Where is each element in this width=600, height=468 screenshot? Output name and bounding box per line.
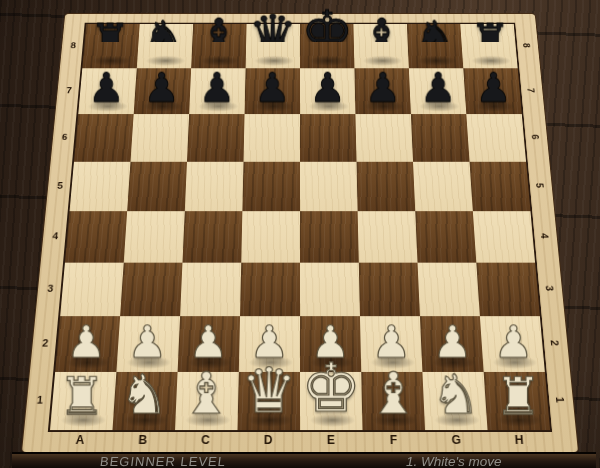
- square-d4[interactable]: [241, 211, 300, 262]
- square-h4[interactable]: [473, 211, 535, 262]
- black-pawn-glyph: ♟: [199, 68, 235, 108]
- white-knight-glyph: ♞: [431, 368, 480, 422]
- square-a6[interactable]: [74, 114, 134, 162]
- rank-label-left-6: 6: [53, 131, 77, 142]
- piece-black-pawn-h7[interactable]: ♟: [466, 24, 521, 108]
- rank-label-left-4: 4: [43, 230, 68, 242]
- piece-white-knight-g1[interactable]: ♞: [425, 327, 487, 422]
- piece-white-queen-d1[interactable]: ♛: [238, 327, 300, 422]
- level-label: BEGINNER LEVEL: [99, 454, 227, 468]
- piece-white-rook-h1[interactable]: ♜: [487, 327, 549, 422]
- rank-label-left-7: 7: [57, 85, 81, 96]
- piece-white-knight-b1[interactable]: ♞: [113, 327, 175, 422]
- black-pawn-glyph: ♟: [310, 68, 346, 108]
- square-h5[interactable]: [470, 162, 531, 211]
- square-c5[interactable]: [185, 162, 244, 211]
- rank-label-right-6: 6: [528, 127, 542, 148]
- rank-label-right-8: 8: [520, 36, 534, 55]
- file-label-c: C: [174, 431, 237, 449]
- rank-label-right-4: 4: [537, 225, 552, 247]
- piece-black-pawn-b7[interactable]: ♟: [134, 24, 189, 108]
- file-label-f: F: [363, 431, 426, 449]
- white-queen-glyph: ♛: [241, 360, 297, 422]
- square-g5[interactable]: [413, 162, 473, 211]
- white-rook-glyph: ♜: [495, 371, 541, 422]
- file-label-h: H: [488, 431, 552, 449]
- rank-label-left-1: 1: [26, 393, 53, 407]
- rank-label-right-3: 3: [542, 277, 557, 300]
- square-f6[interactable]: [355, 114, 413, 162]
- square-e4[interactable]: [300, 211, 359, 262]
- piece-black-pawn-c7[interactable]: ♟: [189, 24, 244, 108]
- piece-white-bishop-c1[interactable]: ♝: [175, 327, 237, 422]
- piece-black-pawn-e7[interactable]: ♟: [300, 24, 355, 108]
- file-label-e: E: [300, 431, 363, 449]
- file-label-a: A: [48, 431, 112, 449]
- white-rook-glyph: ♜: [59, 371, 105, 422]
- file-label-g: G: [425, 431, 489, 449]
- square-g6[interactable]: [411, 114, 470, 162]
- piece-white-king-e1[interactable]: ♚: [300, 327, 362, 422]
- rank-label-right-1: 1: [552, 387, 568, 412]
- piece-black-pawn-f7[interactable]: ♟: [355, 24, 410, 108]
- rank-label-left-5: 5: [48, 180, 73, 192]
- black-pawn-glyph: ♟: [475, 68, 511, 108]
- piece-black-pawn-g7[interactable]: ♟: [411, 24, 466, 108]
- square-d6[interactable]: [243, 114, 300, 162]
- black-pawn-glyph: ♟: [144, 68, 180, 108]
- white-bishop-glyph: ♝: [368, 365, 419, 422]
- square-e6[interactable]: [300, 114, 357, 162]
- file-label-b: B: [111, 431, 175, 449]
- white-knight-glyph: ♞: [120, 368, 169, 422]
- square-f4[interactable]: [358, 211, 418, 262]
- file-label-d: D: [237, 431, 300, 449]
- rank-label-right-7: 7: [524, 80, 538, 100]
- black-pawn-glyph: ♟: [88, 68, 124, 108]
- square-a5[interactable]: [70, 162, 131, 211]
- move-status: 1. White's move: [406, 454, 502, 468]
- piece-white-rook-a1[interactable]: ♜: [51, 327, 113, 422]
- square-g4[interactable]: [415, 211, 476, 262]
- black-pawn-glyph: ♟: [420, 68, 456, 108]
- white-king-glyph: ♚: [301, 355, 361, 422]
- chess-board: 8877665544332211ABCDEFGH♜♞♝♛♚♝♞♜♟♟♟♟♟♟♟♟…: [22, 14, 578, 452]
- table-background: 8877665544332211ABCDEFGH♜♞♝♛♚♝♞♜♟♟♟♟♟♟♟♟…: [0, 0, 600, 468]
- square-c6[interactable]: [187, 114, 245, 162]
- board-front-edge: BEGINNER LEVEL 1. White's move: [12, 452, 596, 468]
- rank-label-right-5: 5: [533, 175, 548, 196]
- piece-black-pawn-a7[interactable]: ♟: [79, 24, 134, 108]
- black-pawn-glyph: ♟: [365, 68, 401, 108]
- black-pawn-glyph: ♟: [254, 68, 290, 108]
- square-f5[interactable]: [357, 162, 416, 211]
- square-c4[interactable]: [182, 211, 242, 262]
- square-a4[interactable]: [65, 211, 127, 262]
- square-d5[interactable]: [242, 162, 300, 211]
- square-b5[interactable]: [127, 162, 187, 211]
- piece-white-bishop-f1[interactable]: ♝: [362, 327, 424, 422]
- white-bishop-glyph: ♝: [181, 365, 232, 422]
- square-b4[interactable]: [124, 211, 185, 262]
- square-b6[interactable]: [130, 114, 189, 162]
- square-e5[interactable]: [300, 162, 358, 211]
- app-screen: 8877665544332211ABCDEFGH♜♞♝♛♚♝♞♜♟♟♟♟♟♟♟♟…: [0, 0, 600, 468]
- square-h6[interactable]: [466, 114, 526, 162]
- piece-black-pawn-d7[interactable]: ♟: [245, 24, 300, 108]
